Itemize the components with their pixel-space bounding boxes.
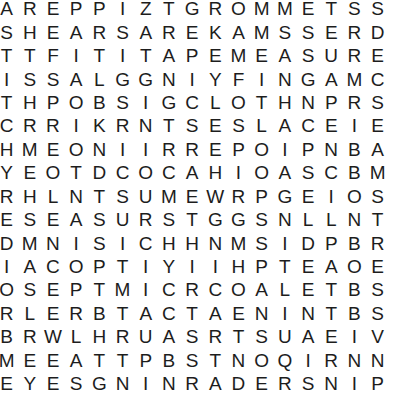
grid-cell[interactable]: C [0,114,18,137]
grid-cell[interactable]: T [88,185,111,208]
grid-cell[interactable]: A [65,349,88,372]
grid-cell[interactable]: S [0,20,18,43]
grid-cell[interactable]: M [227,44,250,67]
grid-cell[interactable]: E [204,44,227,67]
grid-cell[interactable]: T [204,349,227,372]
grid-cell[interactable]: P [366,372,389,395]
grid-cell[interactable]: S [18,67,41,90]
grid-cell[interactable]: R [227,185,250,208]
grid-cell[interactable]: B [157,349,180,372]
grid-cell[interactable]: T [18,44,41,67]
grid-cell[interactable]: O [134,161,157,184]
grid-cell[interactable]: R [157,138,180,161]
grid-cell[interactable]: O [227,0,250,20]
grid-cell[interactable]: N [157,372,180,395]
grid-cell[interactable]: K [204,20,227,43]
grid-cell[interactable]: P [320,231,343,254]
grid-cell[interactable]: R [181,138,204,161]
grid-cell[interactable]: N [134,114,157,137]
grid-cell[interactable]: H [18,185,41,208]
grid-cell[interactable]: N [273,67,296,90]
grid-cell[interactable]: E [41,0,64,20]
grid-cell[interactable]: P [134,349,157,372]
grid-cell[interactable]: E [41,372,64,395]
grid-cell[interactable]: C [181,91,204,114]
grid-cell[interactable]: L [204,91,227,114]
grid-cell[interactable]: V [366,325,389,348]
grid-cell[interactable]: I [134,372,157,395]
grid-cell[interactable]: B [88,91,111,114]
grid-cell[interactable]: S [296,372,319,395]
grid-cell[interactable]: E [204,114,227,137]
grid-cell[interactable]: D [296,231,319,254]
grid-cell[interactable]: C [41,255,64,278]
grid-cell[interactable]: M [250,20,273,43]
grid-cell[interactable]: D [88,161,111,184]
grid-cell[interactable]: D [366,20,389,43]
grid-cell[interactable]: C [134,231,157,254]
grid-cell[interactable]: I [0,255,18,278]
grid-cell[interactable]: S [366,0,389,20]
grid-cell[interactable]: E [227,302,250,325]
grid-cell[interactable]: A [366,138,389,161]
grid-cell[interactable]: I [0,67,18,90]
grid-cell[interactable]: A [273,161,296,184]
grid-cell[interactable]: N [343,208,366,231]
grid-cell[interactable]: D [0,231,18,254]
grid-cell[interactable]: P [250,255,273,278]
grid-cell[interactable]: N [250,302,273,325]
grid-cell[interactable]: R [134,208,157,231]
grid-cell[interactable]: L [18,302,41,325]
grid-cell[interactable]: L [320,208,343,231]
grid-cell[interactable]: U [111,208,134,231]
grid-cell[interactable]: S [366,278,389,301]
grid-cell[interactable]: G [111,67,134,90]
grid-cell[interactable]: G [157,91,180,114]
grid-cell[interactable]: I [250,67,273,90]
grid-cell[interactable]: T [157,0,180,20]
grid-cell[interactable]: N [65,185,88,208]
grid-cell[interactable]: I [134,278,157,301]
grid-cell[interactable]: M [111,278,134,301]
grid-cell[interactable]: H [273,91,296,114]
grid-cell[interactable]: M [157,185,180,208]
grid-cell[interactable]: N [296,91,319,114]
grid-cell[interactable]: O [65,91,88,114]
grid-cell[interactable]: T [65,161,88,184]
grid-cell[interactable]: A [227,20,250,43]
grid-cell[interactable]: O [0,278,18,301]
grid-cell[interactable]: T [181,302,204,325]
grid-cell[interactable]: R [320,349,343,372]
grid-cell[interactable]: I [343,325,366,348]
grid-cell[interactable]: O [250,349,273,372]
grid-cell[interactable]: C [320,161,343,184]
grid-cell[interactable]: S [111,20,134,43]
grid-cell[interactable]: N [320,138,343,161]
grid-cell[interactable]: R [18,114,41,137]
grid-cell[interactable]: R [343,91,366,114]
grid-cell[interactable]: S [111,185,134,208]
grid-cell[interactable]: A [273,114,296,137]
grid-cell[interactable]: U [273,325,296,348]
grid-cell[interactable]: T [134,44,157,67]
grid-cell[interactable]: R [204,325,227,348]
grid-cell[interactable]: E [296,185,319,208]
grid-cell[interactable]: A [65,20,88,43]
grid-cell[interactable]: B [343,161,366,184]
grid-cell[interactable]: P [181,44,204,67]
grid-cell[interactable]: G [273,185,296,208]
grid-cell[interactable]: I [111,44,134,67]
grid-cell[interactable]: E [204,138,227,161]
grid-cell[interactable]: L [41,185,64,208]
grid-cell[interactable]: R [181,372,204,395]
grid-cell[interactable]: E [41,138,64,161]
grid-cell[interactable]: R [181,278,204,301]
grid-cell[interactable]: S [273,20,296,43]
grid-cell[interactable]: S [157,208,180,231]
grid-cell[interactable]: R [111,325,134,348]
grid-cell[interactable]: H [204,161,227,184]
grid-cell[interactable]: G [204,208,227,231]
grid-cell[interactable]: E [320,20,343,43]
grid-cell[interactable]: N [204,231,227,254]
grid-cell[interactable]: H [181,231,204,254]
grid-cell[interactable]: T [273,255,296,278]
grid-cell[interactable]: T [157,114,180,137]
grid-cell[interactable]: R [343,20,366,43]
grid-cell[interactable]: S [65,372,88,395]
grid-cell[interactable]: L [250,114,273,137]
grid-cell[interactable]: C [204,278,227,301]
grid-cell[interactable]: S [18,278,41,301]
grid-cell[interactable]: E [366,255,389,278]
grid-cell[interactable]: S [88,231,111,254]
grid-cell[interactable]: I [273,302,296,325]
grid-cell[interactable]: U [134,185,157,208]
grid-cell[interactable]: I [65,231,88,254]
grid-cell[interactable]: I [111,0,134,20]
grid-cell[interactable]: T [320,0,343,20]
grid-cell[interactable]: S [227,114,250,137]
grid-cell[interactable]: T [111,255,134,278]
grid-cell[interactable]: E [366,44,389,67]
grid-cell[interactable]: A [204,302,227,325]
grid-cell[interactable]: O [343,185,366,208]
grid-cell[interactable]: T [181,208,204,231]
grid-cell[interactable]: R [111,114,134,137]
grid-cell[interactable]: Z [134,0,157,20]
grid-cell[interactable]: C [366,67,389,90]
grid-cell[interactable]: C [157,161,180,184]
grid-cell[interactable]: F [227,67,250,90]
grid-cell[interactable]: T [0,44,18,67]
grid-cell[interactable]: S [250,231,273,254]
grid-cell[interactable]: S [296,161,319,184]
grid-cell[interactable]: S [250,208,273,231]
grid-cell[interactable]: I [320,185,343,208]
grid-cell[interactable]: O [250,138,273,161]
grid-cell[interactable]: I [296,349,319,372]
grid-cell[interactable]: E [181,185,204,208]
grid-cell[interactable]: Y [18,372,41,395]
grid-cell[interactable]: G [296,67,319,90]
grid-cell[interactable]: M [0,349,18,372]
grid-cell[interactable]: H [88,325,111,348]
grid-cell[interactable]: A [273,44,296,67]
grid-cell[interactable]: M [273,0,296,20]
grid-cell[interactable]: E [296,255,319,278]
grid-cell[interactable]: G [227,208,250,231]
grid-cell[interactable]: B [343,302,366,325]
grid-cell[interactable]: S [366,302,389,325]
grid-cell[interactable]: H [157,231,180,254]
grid-cell[interactable]: P [320,91,343,114]
grid-cell[interactable]: L [296,208,319,231]
grid-cell[interactable]: T [250,91,273,114]
grid-cell[interactable]: E [296,0,319,20]
grid-cell[interactable]: O [65,255,88,278]
grid-cell[interactable]: N [157,67,180,90]
grid-cell[interactable]: N [320,372,343,395]
grid-cell[interactable]: I [273,231,296,254]
grid-cell[interactable]: P [250,185,273,208]
grid-cell[interactable]: D [227,372,250,395]
grid-cell[interactable]: M [227,231,250,254]
grid-cell[interactable]: B [88,302,111,325]
grid-cell[interactable]: I [65,44,88,67]
grid-cell[interactable]: P [296,138,319,161]
grid-cell[interactable]: I [111,138,134,161]
grid-cell[interactable]: I [204,255,227,278]
grid-cell[interactable]: N [273,208,296,231]
grid-cell[interactable]: T [227,325,250,348]
grid-cell[interactable]: Q [273,349,296,372]
grid-cell[interactable]: S [296,20,319,43]
grid-cell[interactable]: S [366,91,389,114]
grid-cell[interactable]: A [296,325,319,348]
grid-cell[interactable]: A [134,20,157,43]
grid-cell[interactable]: S [88,208,111,231]
grid-cell[interactable]: P [227,138,250,161]
grid-cell[interactable]: N [343,349,366,372]
grid-cell[interactable]: T [366,208,389,231]
grid-cell[interactable]: M [18,138,41,161]
grid-cell[interactable]: O [227,278,250,301]
grid-cell[interactable]: P [41,91,64,114]
grid-cell[interactable]: L [273,278,296,301]
grid-cell[interactable]: C [296,114,319,137]
grid-cell[interactable]: R [0,302,18,325]
grid-cell[interactable]: A [320,255,343,278]
grid-cell[interactable]: E [296,278,319,301]
grid-cell[interactable]: A [181,161,204,184]
grid-cell[interactable]: T [0,91,18,114]
grid-cell[interactable]: C [111,161,134,184]
grid-cell[interactable]: T [320,278,343,301]
grid-cell[interactable]: L [88,67,111,90]
grid-cell[interactable]: E [250,372,273,395]
grid-cell[interactable]: A [157,44,180,67]
grid-cell[interactable]: H [18,20,41,43]
grid-cell[interactable]: Y [204,67,227,90]
grid-cell[interactable]: E [0,208,18,231]
grid-cell[interactable]: R [157,20,180,43]
grid-cell[interactable]: E [41,302,64,325]
grid-cell[interactable]: A [18,255,41,278]
grid-cell[interactable]: P [88,255,111,278]
grid-cell[interactable]: S [250,325,273,348]
grid-cell[interactable]: H [0,138,18,161]
grid-cell[interactable]: R [343,44,366,67]
grid-cell[interactable]: R [273,372,296,395]
grid-cell[interactable]: K [88,114,111,137]
grid-cell[interactable]: U [320,44,343,67]
grid-cell[interactable]: S [296,44,319,67]
grid-cell[interactable]: N [41,231,64,254]
grid-cell[interactable]: E [320,325,343,348]
grid-cell[interactable]: E [366,114,389,137]
grid-cell[interactable]: E [250,44,273,67]
grid-cell[interactable]: T [111,349,134,372]
grid-cell[interactable]: R [204,0,227,20]
grid-cell[interactable]: S [111,91,134,114]
grid-cell[interactable]: P [65,0,88,20]
grid-cell[interactable]: H [227,255,250,278]
grid-cell[interactable]: H [18,91,41,114]
grid-cell[interactable]: S [181,114,204,137]
grid-cell[interactable]: M [366,161,389,184]
grid-cell[interactable]: T [320,302,343,325]
grid-cell[interactable]: A [134,302,157,325]
grid-cell[interactable]: I [273,138,296,161]
grid-cell[interactable]: O [250,161,273,184]
grid-cell[interactable]: S [41,67,64,90]
grid-cell[interactable]: I [134,138,157,161]
word-search-board: AREPPIZTGROMMETSSSHEARSAREKAMSSERDTTFITI… [0,0,389,395]
grid-cell[interactable]: O [227,91,250,114]
grid-cell[interactable]: Y [157,255,180,278]
grid-cell[interactable]: N [227,349,250,372]
grid-cell[interactable]: I [65,114,88,137]
grid-cell[interactable]: T [111,302,134,325]
grid-cell[interactable]: L [65,325,88,348]
grid-cell[interactable]: P [88,0,111,20]
grid-cell[interactable]: E [18,161,41,184]
grid-cell[interactable]: E [0,372,18,395]
grid-cell[interactable]: U [134,325,157,348]
grid-cell[interactable]: T [88,44,111,67]
grid-cell[interactable]: E [320,114,343,137]
grid-cell[interactable]: O [343,255,366,278]
grid-cell[interactable]: P [65,278,88,301]
grid-cell[interactable]: B [343,278,366,301]
grid-cell[interactable]: G [88,372,111,395]
grid-cell[interactable]: A [65,67,88,90]
grid-cell[interactable]: E [181,20,204,43]
grid-cell[interactable]: I [134,255,157,278]
grid-cell[interactable]: A [65,208,88,231]
grid-cell[interactable]: O [41,161,64,184]
grid-cell[interactable]: S [18,208,41,231]
grid-cell[interactable]: B [343,138,366,161]
grid-cell[interactable]: A [250,278,273,301]
grid-cell[interactable]: N [111,372,134,395]
grid-cell[interactable]: S [181,325,204,348]
grid-cell[interactable]: M [18,231,41,254]
grid-cell[interactable]: A [320,67,343,90]
grid-cell[interactable]: N [366,349,389,372]
grid-cell[interactable]: W [41,325,64,348]
grid-cell[interactable]: I [343,372,366,395]
grid-cell[interactable]: E [18,349,41,372]
grid-cell[interactable]: I [181,67,204,90]
grid-cell[interactable]: W [204,185,227,208]
grid-cell[interactable]: S [343,0,366,20]
grid-cell[interactable]: R [88,20,111,43]
grid-cell[interactable]: S [366,185,389,208]
grid-cell[interactable]: S [181,349,204,372]
grid-cell[interactable]: T [88,349,111,372]
grid-cell[interactable]: E [41,349,64,372]
grid-cell[interactable]: R [366,231,389,254]
grid-cell[interactable]: R [18,325,41,348]
grid-cell[interactable]: O [65,138,88,161]
grid-cell[interactable]: R [18,0,41,20]
grid-cell[interactable]: E [41,208,64,231]
grid-cell[interactable]: C [157,278,180,301]
grid-cell[interactable]: C [157,302,180,325]
grid-cell[interactable]: G [181,0,204,20]
grid-cell[interactable]: I [181,255,204,278]
grid-cell[interactable]: I [134,91,157,114]
grid-cell[interactable]: I [227,161,250,184]
grid-cell[interactable]: I [343,114,366,137]
grid-cell[interactable]: N [88,138,111,161]
grid-cell[interactable]: A [204,372,227,395]
grid-cell[interactable]: N [296,302,319,325]
grid-cell[interactable]: M [250,0,273,20]
grid-cell[interactable]: B [0,325,18,348]
grid-cell[interactable]: M [343,67,366,90]
grid-cell[interactable]: E [41,278,64,301]
grid-cell[interactable]: Y [0,161,18,184]
grid-cell[interactable]: G [134,67,157,90]
grid-cell[interactable]: B [343,231,366,254]
grid-cell[interactable]: T [88,278,111,301]
grid-cell[interactable]: R [41,114,64,137]
grid-cell[interactable]: A [157,325,180,348]
grid-cell[interactable]: E [41,20,64,43]
grid-cell[interactable]: R [0,185,18,208]
grid-cell[interactable]: F [41,44,64,67]
grid-cell[interactable]: I [111,231,134,254]
grid-cell[interactable]: A [0,0,18,20]
grid-cell[interactable]: R [65,302,88,325]
